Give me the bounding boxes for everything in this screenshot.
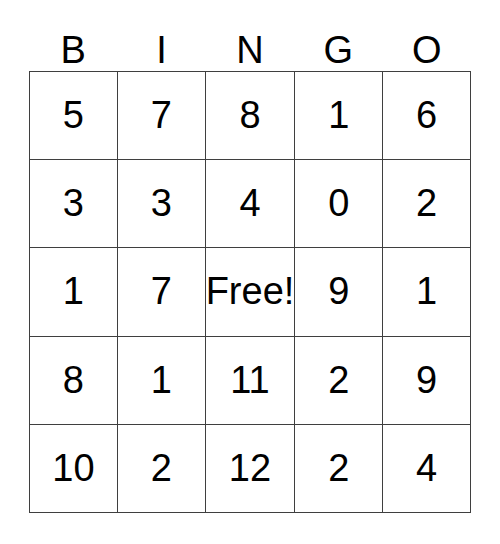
bingo-cell-r3c2[interactable]: 7 <box>118 248 206 336</box>
bingo-cell-r5c2[interactable]: 2 <box>118 425 206 513</box>
bingo-cell-r5c5[interactable]: 4 <box>383 425 471 513</box>
bingo-cell-r5c4[interactable]: 2 <box>295 425 383 513</box>
bingo-cell-r2c3[interactable]: 4 <box>206 160 296 248</box>
header-letter-o: O <box>412 31 442 69</box>
bingo-cell-r1c4[interactable]: 1 <box>295 72 383 160</box>
bingo-cell-r1c5[interactable]: 6 <box>383 72 471 160</box>
header-letter-g: G <box>324 31 354 69</box>
bingo-cell-r4c3[interactable]: 11 <box>206 337 296 425</box>
bingo-cell-r4c4[interactable]: 2 <box>295 337 383 425</box>
header-letter-i: I <box>156 31 167 69</box>
bingo-cell-r2c5[interactable]: 2 <box>383 160 471 248</box>
bingo-cell-r2c4[interactable]: 0 <box>295 160 383 248</box>
bingo-header: B I N G O <box>29 0 471 71</box>
bingo-cell-r5c3[interactable]: 12 <box>206 425 296 513</box>
header-letter-b: B <box>61 31 86 69</box>
header-letter-n: N <box>236 31 263 69</box>
bingo-card: B I N G O 5 7 8 1 6 3 3 4 0 2 1 7 Free! … <box>29 0 471 513</box>
bingo-grid: 5 7 8 1 6 3 3 4 0 2 1 7 Free! 9 1 8 1 11… <box>29 71 471 513</box>
bingo-cell-r5c1[interactable]: 10 <box>30 425 118 513</box>
bingo-free-cell[interactable]: Free! <box>206 248 296 336</box>
bingo-cell-r1c1[interactable]: 5 <box>30 72 118 160</box>
bingo-cell-r1c2[interactable]: 7 <box>118 72 206 160</box>
bingo-cell-r4c1[interactable]: 8 <box>30 337 118 425</box>
bingo-cell-r4c2[interactable]: 1 <box>118 337 206 425</box>
bingo-cell-r1c3[interactable]: 8 <box>206 72 296 160</box>
bingo-cell-r4c5[interactable]: 9 <box>383 337 471 425</box>
bingo-cell-r2c1[interactable]: 3 <box>30 160 118 248</box>
bingo-cell-r3c5[interactable]: 1 <box>383 248 471 336</box>
bingo-cell-r3c4[interactable]: 9 <box>295 248 383 336</box>
bingo-cell-r2c2[interactable]: 3 <box>118 160 206 248</box>
bingo-card-page: B I N G O 5 7 8 1 6 3 3 4 0 2 1 7 Free! … <box>0 0 500 544</box>
bingo-cell-r3c1[interactable]: 1 <box>30 248 118 336</box>
